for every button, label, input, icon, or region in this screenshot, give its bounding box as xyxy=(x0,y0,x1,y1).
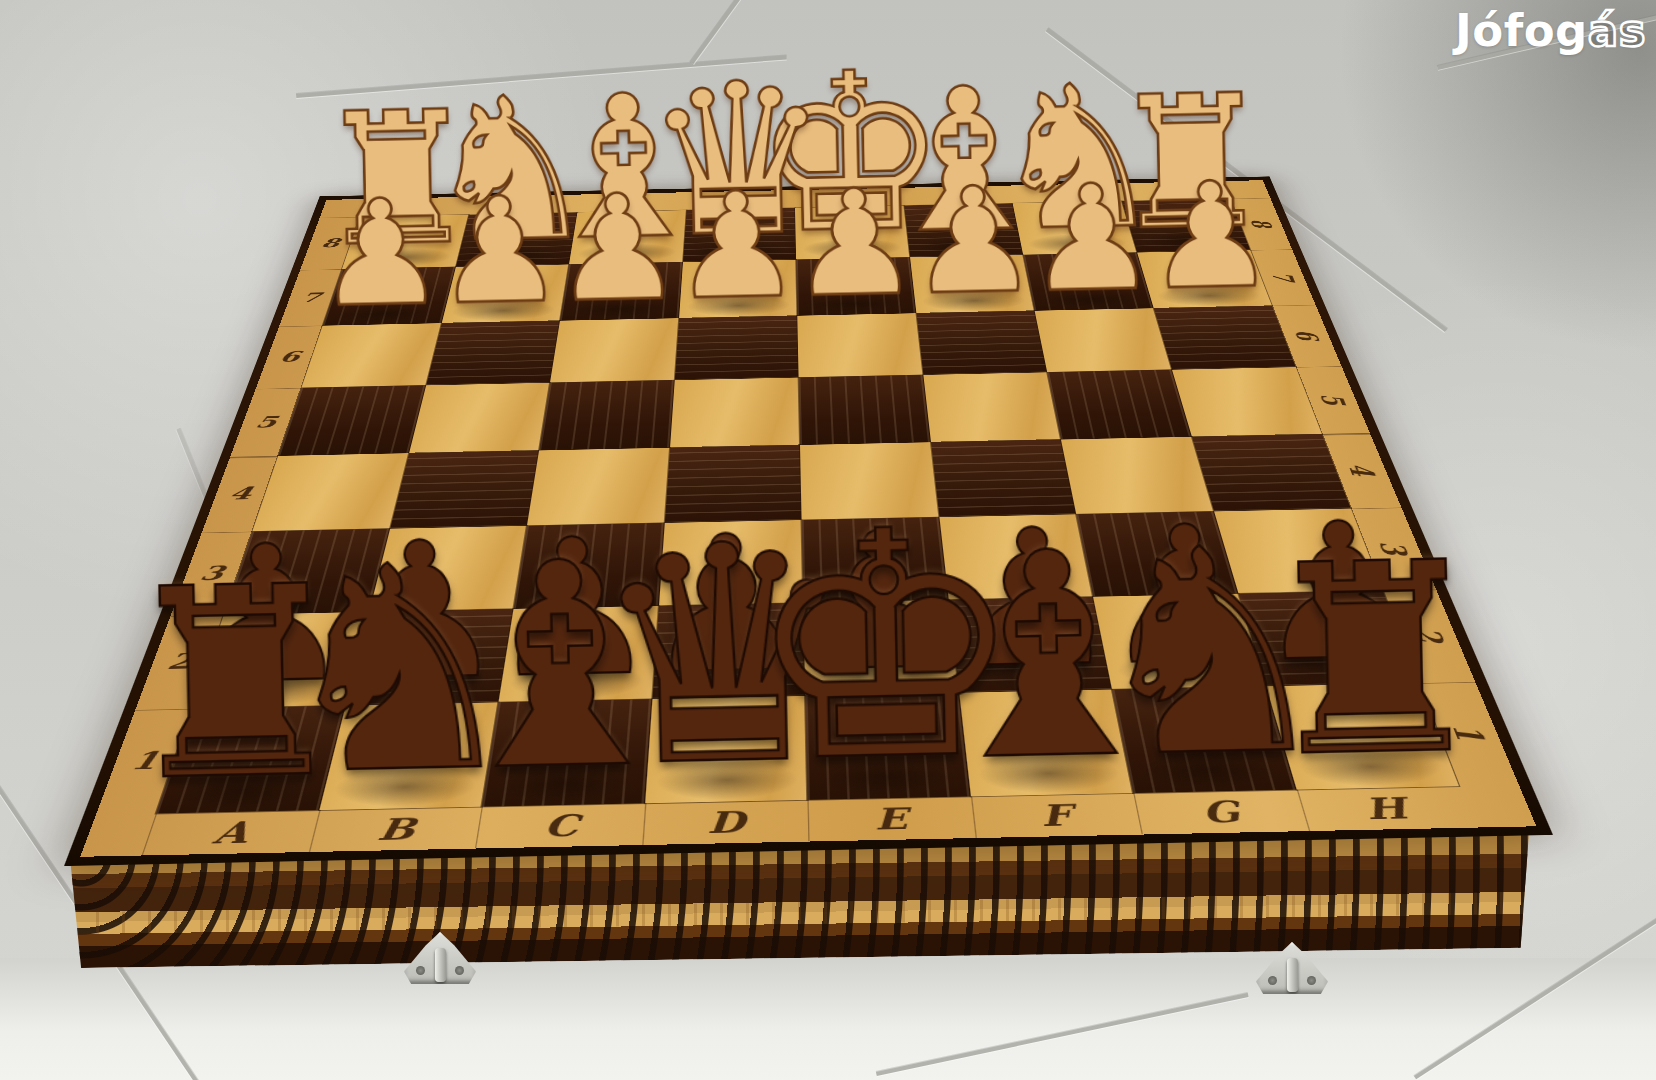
square-g6 xyxy=(1035,308,1172,372)
square-c7: ♟ xyxy=(560,262,683,321)
square-b5 xyxy=(409,383,550,454)
file-label-H: H xyxy=(1296,786,1475,831)
square-e6 xyxy=(797,313,923,377)
light-pawn: ♟ xyxy=(314,183,447,324)
light-pawn: ♟ xyxy=(907,171,1040,312)
dark-rook: ♜ xyxy=(1254,534,1494,787)
rank-label-text: 6 xyxy=(1288,330,1325,340)
light-pawn: ♟ xyxy=(788,173,921,314)
square-f7: ♟ xyxy=(910,255,1035,314)
chess-board-3d: 8♜♞♝♛♚♝♞♜87♟♟♟♟♟♟♟♟7665544332♟♟♟♟♟♟♟♟21♜… xyxy=(64,176,1553,866)
board-outer-rim: 8♜♞♝♛♚♝♞♜87♟♟♟♟♟♟♟♟7665544332♟♟♟♟♟♟♟♟21♜… xyxy=(64,176,1553,866)
square-d5 xyxy=(670,377,800,447)
square-h6 xyxy=(1153,306,1295,370)
rank-label-text: 4 xyxy=(1340,464,1381,477)
square-h5 xyxy=(1171,367,1321,437)
square-h7: ♟ xyxy=(1137,250,1272,308)
square-d6 xyxy=(674,316,798,380)
dark-rook: ♜ xyxy=(116,557,356,810)
file-label-A: A xyxy=(142,810,319,855)
square-e5 xyxy=(799,375,931,445)
rank-label-text: 5 xyxy=(1313,394,1352,405)
file-label-D: D xyxy=(642,800,809,845)
file-label-G: G xyxy=(1133,790,1308,835)
square-c6 xyxy=(550,318,679,382)
watermark-logo: Jófogás xyxy=(1455,4,1646,57)
light-pawn: ♟ xyxy=(1144,166,1277,307)
square-a1: ♜ xyxy=(156,705,345,813)
foreground-tile xyxy=(0,958,1656,1080)
file-label-C: C xyxy=(475,803,645,848)
light-pawn: ♟ xyxy=(1025,168,1158,309)
square-f5 xyxy=(923,372,1061,442)
light-pawn: ♟ xyxy=(551,178,684,319)
watermark-text-solid: Jófog xyxy=(1455,4,1588,57)
square-b7: ♟ xyxy=(441,264,569,323)
photo-scene: 8♜♞♝♛♚♝♞♜87♟♟♟♟♟♟♟♟7665544332♟♟♟♟♟♟♟♟21♜… xyxy=(0,0,1656,1080)
light-pawn: ♟ xyxy=(670,176,803,317)
file-label-B: B xyxy=(308,807,481,852)
square-e7: ♟ xyxy=(796,257,916,316)
clasp-pin xyxy=(435,948,446,982)
square-g7: ♟ xyxy=(1023,252,1153,310)
file-label-E: E xyxy=(807,796,975,841)
square-b6 xyxy=(426,321,560,385)
square-e1: ♚ xyxy=(805,692,970,799)
square-f6 xyxy=(916,311,1047,375)
clasp-pin xyxy=(1287,958,1298,992)
board-frame: 8♜♞♝♛♚♝♞♜87♟♟♟♟♟♟♟♟7665544332♟♟♟♟♟♟♟♟21♜… xyxy=(80,180,1536,857)
light-pawn: ♟ xyxy=(433,181,566,322)
square-a6 xyxy=(301,323,441,388)
file-label-F: F xyxy=(970,793,1141,838)
dark-king: ♚ xyxy=(743,496,1028,798)
watermark-text-outline: ás xyxy=(1588,4,1646,57)
square-c5 xyxy=(539,380,674,451)
wood-grain-stripe xyxy=(70,892,1530,934)
square-d7: ♟ xyxy=(679,260,798,319)
square-g5 xyxy=(1047,369,1191,439)
square-h1: ♜ xyxy=(1265,683,1459,790)
square-a5 xyxy=(278,385,426,456)
